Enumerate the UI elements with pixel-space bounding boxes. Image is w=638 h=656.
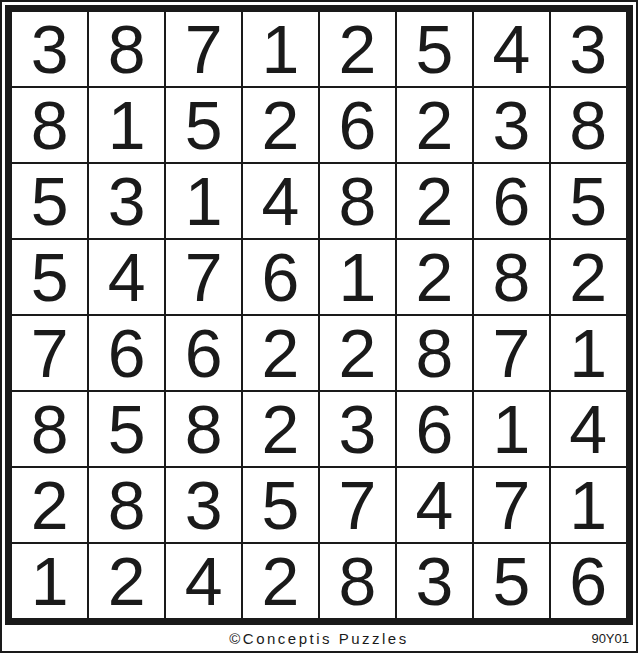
grid-cell[interactable]: 8 bbox=[12, 88, 87, 162]
grid-cell[interactable]: 3 bbox=[551, 12, 626, 86]
grid-cell[interactable]: 7 bbox=[474, 316, 549, 390]
grid-cell[interactable]: 2 bbox=[397, 240, 472, 314]
grid-cell[interactable]: 6 bbox=[397, 392, 472, 466]
grid-cell[interactable]: 7 bbox=[474, 468, 549, 542]
grid-cell[interactable]: 4 bbox=[89, 240, 164, 314]
puzzle-id: 90Y01 bbox=[591, 631, 629, 646]
grid-cell[interactable]: 4 bbox=[474, 12, 549, 86]
grid-cell[interactable]: 3 bbox=[320, 392, 395, 466]
grid-cell[interactable]: 7 bbox=[166, 240, 241, 314]
grid-cell[interactable]: 8 bbox=[166, 392, 241, 466]
grid-cell[interactable]: 2 bbox=[243, 316, 318, 390]
grid-cell[interactable]: 5 bbox=[12, 164, 87, 238]
grid-cell[interactable]: 6 bbox=[166, 316, 241, 390]
outer-frame: 3871254381526238531482655476128276622871… bbox=[0, 0, 638, 653]
grid-cell[interactable]: 2 bbox=[12, 468, 87, 542]
grid-cell[interactable]: 3 bbox=[474, 88, 549, 162]
grid-cell[interactable]: 8 bbox=[320, 164, 395, 238]
grid-cell[interactable]: 2 bbox=[397, 88, 472, 162]
grid-cell[interactable]: 5 bbox=[243, 468, 318, 542]
grid-cell[interactable]: 6 bbox=[474, 164, 549, 238]
grid-cell[interactable]: 5 bbox=[89, 392, 164, 466]
grid-cell[interactable]: 2 bbox=[89, 544, 164, 618]
grid-cell[interactable]: 3 bbox=[397, 544, 472, 618]
grid-cell[interactable]: 5 bbox=[397, 12, 472, 86]
grid-cell[interactable]: 5 bbox=[474, 544, 549, 618]
grid-cell[interactable]: 1 bbox=[166, 164, 241, 238]
grid-cell[interactable]: 8 bbox=[551, 88, 626, 162]
grid-cell[interactable]: 6 bbox=[551, 544, 626, 618]
grid-cell[interactable]: 7 bbox=[320, 468, 395, 542]
grid-cell[interactable]: 7 bbox=[12, 316, 87, 390]
grid-cell[interactable]: 2 bbox=[243, 544, 318, 618]
grid-cell[interactable]: 2 bbox=[320, 316, 395, 390]
grid-cell[interactable]: 8 bbox=[12, 392, 87, 466]
grid-cell[interactable]: 1 bbox=[89, 88, 164, 162]
grid-cell[interactable]: 1 bbox=[551, 316, 626, 390]
grid-cell[interactable]: 8 bbox=[397, 316, 472, 390]
grid-cell[interactable]: 2 bbox=[397, 164, 472, 238]
grid-cell[interactable]: 1 bbox=[551, 468, 626, 542]
grid-cell[interactable]: 4 bbox=[397, 468, 472, 542]
grid-cell[interactable]: 4 bbox=[551, 392, 626, 466]
grid-cell[interactable]: 6 bbox=[320, 88, 395, 162]
grid-cell[interactable]: 8 bbox=[89, 12, 164, 86]
puzzle-grid: 3871254381526238531482655476128276622871… bbox=[12, 12, 626, 618]
grid-cell[interactable]: 5 bbox=[551, 164, 626, 238]
grid-cell[interactable]: 6 bbox=[89, 316, 164, 390]
puzzle-page: 3871254381526238531482655476128276622871… bbox=[0, 0, 638, 656]
grid-cell[interactable]: 3 bbox=[166, 468, 241, 542]
grid-cell[interactable]: 4 bbox=[166, 544, 241, 618]
grid-cell[interactable]: 2 bbox=[243, 88, 318, 162]
grid-cell[interactable]: 1 bbox=[474, 392, 549, 466]
grid-cell[interactable]: 4 bbox=[243, 164, 318, 238]
grid-cell[interactable]: 8 bbox=[320, 544, 395, 618]
grid-cell[interactable]: 8 bbox=[89, 468, 164, 542]
grid-cell[interactable]: 7 bbox=[166, 12, 241, 86]
grid-cell[interactable]: 2 bbox=[320, 12, 395, 86]
grid-cell[interactable]: 2 bbox=[243, 392, 318, 466]
copyright-text: ©Conceptis Puzzles bbox=[229, 630, 408, 647]
grid-cell[interactable]: 1 bbox=[12, 544, 87, 618]
grid-cell[interactable]: 3 bbox=[12, 12, 87, 86]
footer: ©Conceptis Puzzles 90Y01 bbox=[5, 625, 633, 651]
grid-cell[interactable]: 5 bbox=[12, 240, 87, 314]
grid-cell[interactable]: 3 bbox=[89, 164, 164, 238]
puzzle-board: 3871254381526238531482655476128276622871… bbox=[5, 5, 633, 625]
grid-cell[interactable]: 1 bbox=[243, 12, 318, 86]
grid-cell[interactable]: 2 bbox=[551, 240, 626, 314]
grid-cell[interactable]: 6 bbox=[243, 240, 318, 314]
grid-cell[interactable]: 5 bbox=[166, 88, 241, 162]
grid-cell[interactable]: 1 bbox=[320, 240, 395, 314]
grid-cell[interactable]: 8 bbox=[474, 240, 549, 314]
